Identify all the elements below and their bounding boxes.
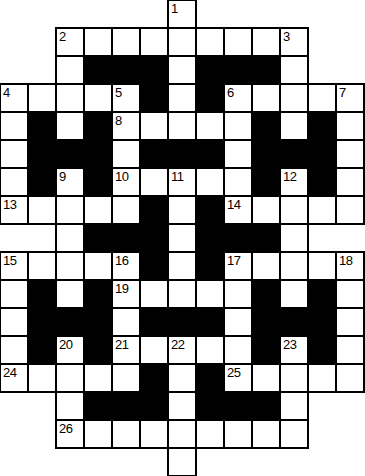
black-cell xyxy=(139,139,169,169)
black-cell xyxy=(195,55,225,85)
black-cell xyxy=(195,251,225,281)
white-cell[interactable] xyxy=(307,195,337,225)
clue-number: 11 xyxy=(171,170,184,184)
white-cell[interactable]: 4 xyxy=(0,83,29,113)
black-cell xyxy=(195,363,225,393)
white-cell[interactable] xyxy=(27,83,57,113)
white-cell[interactable] xyxy=(307,83,337,113)
white-cell[interactable] xyxy=(111,419,141,449)
black-cell xyxy=(139,223,169,253)
black-cell xyxy=(83,55,113,85)
white-cell[interactable]: 23 xyxy=(279,335,309,365)
black-cell xyxy=(195,139,225,169)
white-cell[interactable] xyxy=(55,111,85,141)
white-cell[interactable] xyxy=(223,139,253,169)
clue-number: 6 xyxy=(227,86,234,100)
clue-number: 4 xyxy=(3,86,10,100)
white-cell[interactable]: 18 xyxy=(335,251,365,281)
black-cell xyxy=(251,167,281,197)
white-cell[interactable] xyxy=(55,195,85,225)
black-cell xyxy=(251,391,281,421)
black-cell xyxy=(55,307,85,337)
black-cell xyxy=(139,307,169,337)
clue-number: 22 xyxy=(171,338,184,352)
black-cell xyxy=(111,223,141,253)
black-cell xyxy=(139,391,169,421)
white-cell[interactable]: 7 xyxy=(335,83,365,113)
white-cell[interactable] xyxy=(83,419,113,449)
white-cell[interactable] xyxy=(335,307,365,337)
white-cell[interactable] xyxy=(195,111,225,141)
white-cell[interactable] xyxy=(111,363,141,393)
white-cell[interactable] xyxy=(55,83,85,113)
clue-number: 13 xyxy=(3,198,16,212)
black-cell xyxy=(27,111,57,141)
white-cell[interactable]: 25 xyxy=(223,363,253,393)
white-cell[interactable]: 14 xyxy=(223,195,253,225)
clue-number: 12 xyxy=(283,170,296,184)
white-cell[interactable] xyxy=(335,167,365,197)
white-cell[interactable]: 10 xyxy=(111,167,141,197)
clue-number: 9 xyxy=(59,170,66,184)
black-cell xyxy=(307,111,337,141)
white-cell[interactable] xyxy=(139,27,169,57)
white-cell[interactable]: 3 xyxy=(279,27,309,57)
black-cell xyxy=(111,391,141,421)
black-cell xyxy=(223,55,253,85)
black-cell xyxy=(27,279,57,309)
white-cell[interactable] xyxy=(335,363,365,393)
white-cell[interactable] xyxy=(167,223,197,253)
white-cell[interactable]: 1 xyxy=(167,0,197,29)
clue-number: 20 xyxy=(59,338,72,352)
white-cell[interactable]: 5 xyxy=(111,83,141,113)
white-cell[interactable]: 2 xyxy=(55,27,85,57)
black-cell xyxy=(139,55,169,85)
black-cell xyxy=(307,335,337,365)
clue-number: 17 xyxy=(227,254,240,268)
white-cell[interactable] xyxy=(335,335,365,365)
clue-number: 10 xyxy=(115,170,128,184)
white-cell[interactable] xyxy=(223,419,253,449)
black-cell xyxy=(55,139,85,169)
black-cell xyxy=(83,279,113,309)
white-cell[interactable] xyxy=(55,279,85,309)
white-cell[interactable] xyxy=(111,27,141,57)
black-cell xyxy=(251,335,281,365)
white-cell[interactable] xyxy=(83,83,113,113)
white-cell[interactable] xyxy=(307,251,337,281)
black-cell xyxy=(195,195,225,225)
white-cell[interactable] xyxy=(223,279,253,309)
white-cell[interactable]: 8 xyxy=(111,111,141,141)
white-cell[interactable] xyxy=(0,335,29,365)
clue-number: 5 xyxy=(115,86,122,100)
white-cell[interactable] xyxy=(223,307,253,337)
white-cell[interactable] xyxy=(139,111,169,141)
white-cell[interactable] xyxy=(139,167,169,197)
white-cell[interactable] xyxy=(0,139,29,169)
white-cell[interactable] xyxy=(279,363,309,393)
white-cell[interactable] xyxy=(223,335,253,365)
white-cell[interactable] xyxy=(55,251,85,281)
white-cell[interactable] xyxy=(335,111,365,141)
white-cell[interactable] xyxy=(251,419,281,449)
white-cell[interactable] xyxy=(139,335,169,365)
clue-number: 24 xyxy=(3,366,16,380)
white-cell[interactable]: 21 xyxy=(111,335,141,365)
black-cell xyxy=(251,223,281,253)
black-cell xyxy=(27,307,57,337)
white-cell[interactable] xyxy=(167,251,197,281)
white-cell[interactable] xyxy=(55,223,85,253)
white-cell[interactable] xyxy=(279,251,309,281)
black-cell xyxy=(139,363,169,393)
black-cell xyxy=(195,223,225,253)
black-cell xyxy=(195,307,225,337)
clue-number: 26 xyxy=(59,422,72,436)
clue-number: 7 xyxy=(339,86,346,100)
white-cell[interactable] xyxy=(167,27,197,57)
white-cell[interactable] xyxy=(27,251,57,281)
clue-number: 15 xyxy=(3,254,16,268)
white-cell[interactable] xyxy=(279,279,309,309)
clue-number: 1 xyxy=(171,2,178,16)
clue-number: 3 xyxy=(283,30,290,44)
clue-number: 19 xyxy=(115,282,128,296)
white-cell[interactable]: 11 xyxy=(167,167,197,197)
white-cell[interactable] xyxy=(251,195,281,225)
black-cell xyxy=(27,335,57,365)
white-cell[interactable] xyxy=(55,363,85,393)
black-cell xyxy=(139,83,169,113)
white-cell[interactable] xyxy=(0,307,29,337)
black-cell xyxy=(195,83,225,113)
clue-number: 2 xyxy=(59,30,66,44)
white-cell[interactable]: 17 xyxy=(223,251,253,281)
clue-number: 8 xyxy=(115,114,122,128)
white-cell[interactable] xyxy=(167,83,197,113)
black-cell xyxy=(251,111,281,141)
white-cell[interactable] xyxy=(0,111,29,141)
black-cell xyxy=(307,139,337,169)
black-cell xyxy=(83,111,113,141)
white-cell[interactable]: 6 xyxy=(223,83,253,113)
white-cell[interactable] xyxy=(111,139,141,169)
white-cell[interactable] xyxy=(83,251,113,281)
white-cell[interactable] xyxy=(167,55,197,85)
clue-number: 18 xyxy=(339,254,352,268)
black-cell xyxy=(251,55,281,85)
white-cell[interactable] xyxy=(167,279,197,309)
black-cell xyxy=(223,391,253,421)
black-cell xyxy=(251,139,281,169)
black-cell xyxy=(83,223,113,253)
white-cell[interactable]: 13 xyxy=(0,195,29,225)
white-cell[interactable] xyxy=(167,419,197,449)
white-cell[interactable] xyxy=(195,27,225,57)
black-cell xyxy=(83,335,113,365)
white-cell[interactable] xyxy=(251,363,281,393)
white-cell[interactable] xyxy=(279,83,309,113)
black-cell xyxy=(279,139,309,169)
white-cell[interactable] xyxy=(83,363,113,393)
white-cell[interactable] xyxy=(335,279,365,309)
white-cell[interactable] xyxy=(335,139,365,169)
white-cell[interactable] xyxy=(279,391,309,421)
clue-number: 21 xyxy=(115,338,128,352)
black-cell xyxy=(83,307,113,337)
black-cell xyxy=(139,195,169,225)
white-cell[interactable] xyxy=(195,279,225,309)
black-cell xyxy=(251,279,281,309)
clue-number: 14 xyxy=(227,198,240,212)
white-cell[interactable] xyxy=(195,335,225,365)
black-cell xyxy=(167,307,197,337)
white-cell[interactable] xyxy=(0,167,29,197)
clue-number: 25 xyxy=(227,366,240,380)
white-cell[interactable] xyxy=(27,195,57,225)
white-cell[interactable] xyxy=(223,111,253,141)
white-cell[interactable] xyxy=(223,167,253,197)
white-cell[interactable] xyxy=(251,251,281,281)
white-cell[interactable] xyxy=(279,111,309,141)
white-cell[interactable] xyxy=(279,195,309,225)
white-cell[interactable] xyxy=(111,307,141,337)
white-cell[interactable] xyxy=(279,223,309,253)
white-cell[interactable] xyxy=(0,279,29,309)
black-cell xyxy=(307,167,337,197)
black-cell xyxy=(83,139,113,169)
white-cell[interactable] xyxy=(167,363,197,393)
white-cell[interactable]: 9 xyxy=(55,167,85,197)
white-cell[interactable]: 22 xyxy=(167,335,197,365)
white-cell[interactable] xyxy=(251,83,281,113)
clue-number: 16 xyxy=(115,254,128,268)
white-cell[interactable]: 24 xyxy=(0,363,29,393)
black-cell xyxy=(27,139,57,169)
white-cell[interactable]: 26 xyxy=(55,419,85,449)
black-cell xyxy=(27,167,57,197)
white-cell[interactable] xyxy=(111,195,141,225)
clue-number: 23 xyxy=(283,338,296,352)
black-cell xyxy=(223,223,253,253)
white-cell[interactable] xyxy=(167,447,197,476)
black-cell xyxy=(195,391,225,421)
white-cell[interactable] xyxy=(139,419,169,449)
white-cell[interactable] xyxy=(55,55,85,85)
white-cell[interactable] xyxy=(167,391,197,421)
black-cell xyxy=(167,139,197,169)
white-cell[interactable] xyxy=(55,391,85,421)
white-cell[interactable] xyxy=(335,195,365,225)
white-cell[interactable] xyxy=(307,363,337,393)
white-cell[interactable] xyxy=(279,419,309,449)
black-cell xyxy=(279,307,309,337)
black-cell xyxy=(307,279,337,309)
white-cell[interactable]: 15 xyxy=(0,251,29,281)
white-cell[interactable]: 19 xyxy=(111,279,141,309)
white-cell[interactable] xyxy=(223,27,253,57)
white-cell[interactable] xyxy=(167,111,197,141)
white-cell[interactable]: 20 xyxy=(55,335,85,365)
white-cell[interactable] xyxy=(195,167,225,197)
black-cell xyxy=(139,251,169,281)
black-cell xyxy=(83,167,113,197)
white-cell[interactable] xyxy=(139,279,169,309)
white-cell[interactable]: 12 xyxy=(279,167,309,197)
black-cell xyxy=(251,307,281,337)
white-cell[interactable] xyxy=(83,27,113,57)
white-cell[interactable]: 16 xyxy=(111,251,141,281)
black-cell xyxy=(83,391,113,421)
white-cell[interactable] xyxy=(279,55,309,85)
black-cell xyxy=(307,307,337,337)
white-cell[interactable] xyxy=(83,195,113,225)
crossword-board: 1234567891011121314151617181920212223242… xyxy=(0,0,365,476)
black-cell xyxy=(111,55,141,85)
white-cell[interactable] xyxy=(27,363,57,393)
white-cell[interactable] xyxy=(251,27,281,57)
white-cell[interactable] xyxy=(195,419,225,449)
white-cell[interactable] xyxy=(167,195,197,225)
